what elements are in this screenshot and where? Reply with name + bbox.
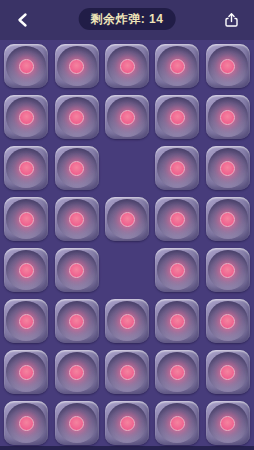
bomb-indicator-dot xyxy=(120,212,135,227)
share-icon xyxy=(223,12,240,29)
tile[interactable] xyxy=(155,401,199,445)
bomb-indicator-dot xyxy=(19,416,34,431)
bombs-remaining-badge: 剩余炸弹: 14 xyxy=(79,8,176,30)
tile[interactable] xyxy=(55,350,99,394)
tile[interactable] xyxy=(155,197,199,241)
empty-cell xyxy=(105,248,149,292)
bomb-indicator-dot xyxy=(19,314,34,329)
tile[interactable] xyxy=(155,44,199,88)
bomb-indicator-dot xyxy=(19,161,34,176)
tile[interactable] xyxy=(206,197,250,241)
bomb-indicator-dot xyxy=(170,416,185,431)
tile[interactable] xyxy=(155,146,199,190)
bomb-indicator-dot xyxy=(220,416,235,431)
bomb-indicator-dot xyxy=(220,263,235,278)
bomb-indicator-dot xyxy=(220,161,235,176)
bomb-indicator-dot xyxy=(170,212,185,227)
bomb-indicator-dot xyxy=(69,263,84,278)
tile[interactable] xyxy=(206,95,250,139)
bomb-indicator-dot xyxy=(120,365,135,380)
tile[interactable] xyxy=(4,146,48,190)
game-board xyxy=(0,40,254,446)
bomb-indicator-dot xyxy=(220,59,235,74)
bomb-indicator-dot xyxy=(170,314,185,329)
tile[interactable] xyxy=(105,401,149,445)
bomb-indicator-dot xyxy=(69,314,84,329)
tile[interactable] xyxy=(55,95,99,139)
tile[interactable] xyxy=(206,248,250,292)
bomb-indicator-dot xyxy=(170,59,185,74)
bomb-indicator-dot xyxy=(120,314,135,329)
bomb-indicator-dot xyxy=(120,416,135,431)
tile[interactable] xyxy=(4,299,48,343)
board-grid xyxy=(0,40,254,445)
tile[interactable] xyxy=(4,95,48,139)
share-button[interactable] xyxy=(220,9,242,31)
tile[interactable] xyxy=(105,197,149,241)
bomb-indicator-dot xyxy=(19,365,34,380)
bombs-remaining-label: 剩余炸弹: 14 xyxy=(91,11,164,28)
tile[interactable] xyxy=(206,350,250,394)
bomb-indicator-dot xyxy=(220,110,235,125)
bomb-indicator-dot xyxy=(69,110,84,125)
tile[interactable] xyxy=(4,44,48,88)
bomb-indicator-dot xyxy=(120,110,135,125)
tile[interactable] xyxy=(206,299,250,343)
tile[interactable] xyxy=(155,95,199,139)
tile[interactable] xyxy=(206,401,250,445)
tile[interactable] xyxy=(155,248,199,292)
bomb-indicator-dot xyxy=(120,59,135,74)
bomb-indicator-dot xyxy=(19,212,34,227)
bomb-indicator-dot xyxy=(69,59,84,74)
bomb-indicator-dot xyxy=(19,263,34,278)
tile[interactable] xyxy=(4,350,48,394)
tile[interactable] xyxy=(206,146,250,190)
tile[interactable] xyxy=(4,197,48,241)
chevron-left-icon xyxy=(15,12,31,28)
tile[interactable] xyxy=(55,197,99,241)
bomb-indicator-dot xyxy=(220,365,235,380)
bomb-indicator-dot xyxy=(69,416,84,431)
tile[interactable] xyxy=(105,44,149,88)
bomb-indicator-dot xyxy=(170,110,185,125)
tile[interactable] xyxy=(55,146,99,190)
bomb-indicator-dot xyxy=(170,365,185,380)
tile[interactable] xyxy=(155,299,199,343)
empty-cell xyxy=(105,146,149,190)
tile[interactable] xyxy=(55,299,99,343)
tile[interactable] xyxy=(105,95,149,139)
tile[interactable] xyxy=(55,248,99,292)
bomb-indicator-dot xyxy=(220,212,235,227)
tile[interactable] xyxy=(4,248,48,292)
back-button[interactable] xyxy=(12,9,34,31)
bomb-indicator-dot xyxy=(69,212,84,227)
tile[interactable] xyxy=(55,44,99,88)
bomb-indicator-dot xyxy=(19,110,34,125)
tile[interactable] xyxy=(105,350,149,394)
tile[interactable] xyxy=(55,401,99,445)
tile[interactable] xyxy=(105,299,149,343)
top-bar: 剩余炸弹: 14 xyxy=(0,0,254,40)
tile[interactable] xyxy=(4,401,48,445)
tile[interactable] xyxy=(155,350,199,394)
bomb-indicator-dot xyxy=(69,365,84,380)
bomb-indicator-dot xyxy=(19,59,34,74)
bomb-indicator-dot xyxy=(220,314,235,329)
bomb-indicator-dot xyxy=(69,161,84,176)
tile[interactable] xyxy=(206,44,250,88)
bomb-indicator-dot xyxy=(170,161,185,176)
bomb-indicator-dot xyxy=(170,263,185,278)
